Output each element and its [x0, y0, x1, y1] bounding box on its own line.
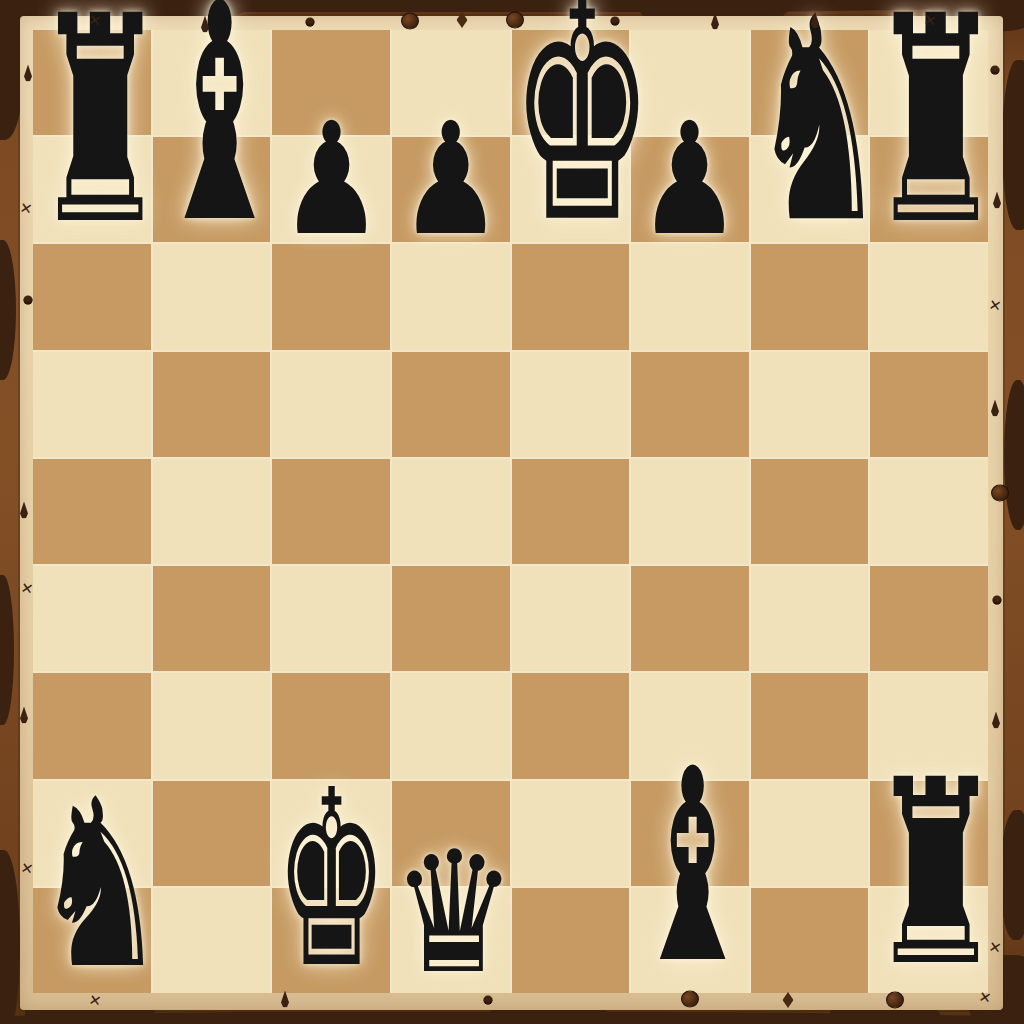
frame-blotch [1004, 380, 1024, 530]
nail-icon: ✕ [923, 13, 938, 30]
square-c7r5[interactable] [751, 459, 869, 564]
square-c2r4[interactable] [153, 352, 271, 457]
square-c6r5[interactable] [631, 459, 749, 564]
square-c5r7[interactable] [512, 673, 630, 778]
nail-icon [993, 596, 1002, 605]
nail-icon [506, 12, 524, 29]
nail-icon [24, 296, 33, 305]
square-c3r6[interactable] [272, 566, 390, 671]
square-c2r9[interactable] [153, 888, 271, 993]
square-c3r4[interactable] [272, 352, 390, 457]
frame-blotch [1002, 60, 1024, 230]
square-c1r4[interactable] [33, 352, 151, 457]
piece-black-queen[interactable]: ♛ [391, 836, 510, 991]
piece-black-knight[interactable]: ♞ [749, 0, 868, 252]
piece-black-rook[interactable]: ♜ [869, 0, 988, 252]
nail-icon: ✕ [978, 990, 993, 1007]
square-c6r4[interactable] [631, 352, 749, 457]
chessboard-illustration: ♜♝♟♟♚♟♞♜♞♚♛♝♜ ✕✕✕✕✕✕✕✕✕ [0, 0, 1024, 1024]
nail-icon [401, 13, 419, 30]
piece-black-rook[interactable]: ♜ [869, 756, 988, 991]
square-c5r9[interactable] [512, 888, 630, 993]
nail-icon [681, 991, 699, 1008]
square-c1r6[interactable] [33, 566, 151, 671]
nail-icon: ✕ [20, 861, 35, 878]
square-c4r7[interactable] [392, 673, 510, 778]
square-c4r4[interactable] [392, 352, 510, 457]
nail-icon: ✕ [19, 201, 34, 218]
piece-black-pawn[interactable]: ♟ [391, 109, 510, 252]
piece-black-king[interactable]: ♚ [272, 767, 391, 991]
square-c2r5[interactable] [153, 459, 271, 564]
frame-blotch [0, 850, 20, 1024]
square-c1r5[interactable] [33, 459, 151, 564]
piece-black-king[interactable]: ♚ [511, 0, 630, 252]
square-c8r6[interactable] [870, 566, 988, 671]
square-c2r8[interactable] [153, 781, 271, 886]
square-c2r6[interactable] [153, 566, 271, 671]
piece-black-rook[interactable]: ♜ [33, 0, 152, 252]
nail-icon: ✕ [88, 993, 103, 1010]
square-c5r8[interactable] [512, 781, 630, 886]
nail-icon [611, 17, 620, 26]
nail-icon: ✕ [20, 581, 35, 598]
square-c4r5[interactable] [392, 459, 510, 564]
piece-black-pawn[interactable]: ♟ [630, 109, 749, 252]
frame-blotch [0, 240, 16, 380]
piece-black-bishop[interactable]: ♝ [630, 746, 749, 991]
square-c4r6[interactable] [392, 566, 510, 671]
square-c5r5[interactable] [512, 459, 630, 564]
square-c7r6[interactable] [751, 566, 869, 671]
square-c2r7[interactable] [153, 673, 271, 778]
square-c7r4[interactable] [751, 352, 869, 457]
nail-icon [306, 18, 315, 27]
square-c7r9[interactable] [751, 888, 869, 993]
square-c7r7[interactable] [751, 673, 869, 778]
nail-icon: ✕ [988, 298, 1003, 315]
piece-black-pawn[interactable]: ♟ [272, 109, 391, 252]
nail-icon: ✕ [88, 13, 103, 30]
square-c6r6[interactable] [631, 566, 749, 671]
square-c7r8[interactable] [751, 781, 869, 886]
nail-icon [484, 996, 493, 1005]
square-c3r5[interactable] [272, 459, 390, 564]
nail-icon: ✕ [988, 940, 1003, 957]
frame-blotch [0, 575, 14, 725]
frame-blotch [1000, 810, 1024, 940]
square-c8r5[interactable] [870, 459, 988, 564]
nail-icon [886, 992, 904, 1009]
square-c8r4[interactable] [870, 352, 988, 457]
piece-black-bishop[interactable]: ♝ [152, 0, 271, 252]
piece-black-knight[interactable]: ♞ [33, 777, 152, 991]
nail-icon [991, 485, 1009, 502]
square-c5r4[interactable] [512, 352, 630, 457]
nail-icon [991, 66, 1000, 75]
square-c5r6[interactable] [512, 566, 630, 671]
